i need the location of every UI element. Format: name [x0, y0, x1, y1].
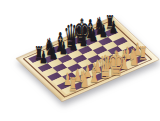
chess-set-photo: ♜♞♝♛♚♝♞♜♟♟♟♟♟♟♟♟♟♟♟♟♟♟♟♟♜♞♝♛♚♝♞♜	[0, 0, 160, 121]
piece-black-pawn-d7[interactable]: ♟	[69, 36, 77, 53]
piece-black-pawn-a7[interactable]: ♟	[39, 49, 47, 66]
piece-black-pawn-g7[interactable]: ♟	[99, 23, 107, 40]
piece-white-rook-a1[interactable]: ♜	[68, 75, 77, 94]
piece-black-pawn-c7[interactable]: ♟	[59, 41, 67, 58]
piece-white-knight-b1[interactable]: ♞	[77, 66, 89, 90]
piece-black-pawn-b7[interactable]: ♟	[49, 45, 57, 62]
piece-black-pawn-f7[interactable]: ♟	[89, 28, 97, 45]
piece-black-pawn-h7[interactable]: ♟	[110, 19, 118, 36]
piece-black-pawn-e7[interactable]: ♟	[79, 32, 87, 49]
